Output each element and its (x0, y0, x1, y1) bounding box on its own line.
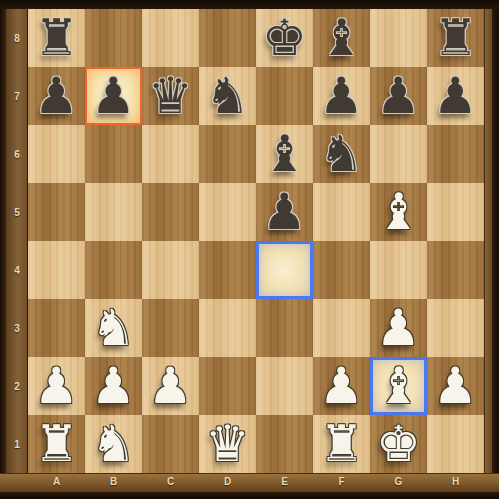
piece-white-queen[interactable]: ♛ (205, 415, 250, 473)
square-f6[interactable]: ♞ (313, 125, 370, 183)
rank-label-8: 8 (6, 9, 28, 67)
piece-black-pawn[interactable]: ♟ (376, 67, 421, 125)
rank-label-3: 3 (6, 299, 28, 357)
piece-black-pawn[interactable]: ♟ (34, 67, 79, 125)
piece-white-knight[interactable]: ♞ (91, 415, 136, 473)
file-label-e: E (256, 474, 313, 489)
square-a2[interactable]: ♟ (28, 357, 85, 415)
square-a6[interactable] (28, 125, 85, 183)
square-a3[interactable] (28, 299, 85, 357)
square-d1[interactable]: ♛ (199, 415, 256, 473)
piece-black-pawn[interactable]: ♟ (319, 67, 364, 125)
board-frame-right (484, 9, 492, 473)
square-f4[interactable] (313, 241, 370, 299)
square-h1[interactable] (427, 415, 484, 473)
square-d3[interactable] (199, 299, 256, 357)
square-d4[interactable] (199, 241, 256, 299)
square-a4[interactable] (28, 241, 85, 299)
square-f8[interactable]: ♝ (313, 9, 370, 67)
square-b4[interactable] (85, 241, 142, 299)
piece-black-rook[interactable]: ♜ (34, 9, 79, 67)
square-e8[interactable]: ♚ (256, 9, 313, 67)
square-c1[interactable] (142, 415, 199, 473)
square-g5[interactable]: ♝ (370, 183, 427, 241)
rank-label-2: 2 (6, 357, 28, 415)
rank-label-7: 7 (6, 67, 28, 125)
square-f7[interactable]: ♟ (313, 67, 370, 125)
rank-label-5: 5 (6, 183, 28, 241)
piece-white-bishop[interactable]: ♝ (376, 183, 421, 241)
square-a8[interactable]: ♜ (28, 9, 85, 67)
square-d2[interactable] (199, 357, 256, 415)
board-frame-bottom: ABCDEFGH (0, 473, 499, 492)
rank-label-4: 4 (6, 241, 28, 299)
piece-white-king[interactable]: ♚ (376, 415, 421, 473)
piece-white-pawn[interactable]: ♟ (376, 299, 421, 357)
square-e6[interactable]: ♝ (256, 125, 313, 183)
square-e3[interactable] (256, 299, 313, 357)
square-h8[interactable]: ♜ (427, 9, 484, 67)
square-g6[interactable] (370, 125, 427, 183)
square-h4[interactable] (427, 241, 484, 299)
board-frame-edge-right (492, 9, 499, 473)
square-g1[interactable]: ♚ (370, 415, 427, 473)
square-e7[interactable] (256, 67, 313, 125)
square-g2[interactable]: ♝ (370, 357, 427, 415)
square-e2[interactable] (256, 357, 313, 415)
square-c8[interactable] (142, 9, 199, 67)
chess-board[interactable]: ♜♚♝♜♟♟♛♞♟♟♟♝♞♟♝♞♟♟♟♟♟♝♟♜♞♛♜♚ (28, 9, 484, 473)
square-h3[interactable] (427, 299, 484, 357)
piece-white-knight[interactable]: ♞ (91, 299, 136, 357)
square-c3[interactable] (142, 299, 199, 357)
piece-white-rook[interactable]: ♜ (34, 415, 79, 473)
square-c5[interactable] (142, 183, 199, 241)
piece-white-pawn[interactable]: ♟ (34, 357, 79, 415)
piece-black-bishop[interactable]: ♝ (262, 125, 307, 183)
square-c6[interactable] (142, 125, 199, 183)
square-g3[interactable]: ♟ (370, 299, 427, 357)
file-label-c: C (142, 474, 199, 489)
board-frame-edge-top (0, 0, 499, 9)
square-b2[interactable]: ♟ (85, 357, 142, 415)
piece-black-king[interactable]: ♚ (262, 9, 307, 67)
square-f5[interactable] (313, 183, 370, 241)
file-label-h: H (427, 474, 484, 489)
file-label-g: G (370, 474, 427, 489)
file-label-f: F (313, 474, 370, 489)
square-g8[interactable] (370, 9, 427, 67)
square-d8[interactable] (199, 9, 256, 67)
square-h5[interactable] (427, 183, 484, 241)
piece-white-pawn[interactable]: ♟ (319, 357, 364, 415)
square-b5[interactable] (85, 183, 142, 241)
square-c2[interactable]: ♟ (142, 357, 199, 415)
square-c4[interactable] (142, 241, 199, 299)
square-a5[interactable] (28, 183, 85, 241)
piece-black-pawn[interactable]: ♟ (91, 67, 136, 125)
square-g7[interactable]: ♟ (370, 67, 427, 125)
square-b3[interactable]: ♞ (85, 299, 142, 357)
piece-white-pawn[interactable]: ♟ (433, 357, 478, 415)
piece-black-knight[interactable]: ♞ (319, 125, 364, 183)
file-label-a: A (28, 474, 85, 489)
square-h7[interactable]: ♟ (427, 67, 484, 125)
piece-white-pawn[interactable]: ♟ (148, 357, 193, 415)
square-b8[interactable] (85, 9, 142, 67)
piece-black-queen[interactable]: ♛ (148, 67, 193, 125)
piece-black-bishop[interactable]: ♝ (319, 9, 364, 67)
square-f2[interactable]: ♟ (313, 357, 370, 415)
square-g4[interactable] (370, 241, 427, 299)
chess-app: 87654321 ♜♚♝♜♟♟♛♞♟♟♟♝♞♟♝♞♟♟♟♟♟♝♟♜♞♛♜♚ AB… (0, 0, 499, 499)
square-b7[interactable]: ♟ (85, 67, 142, 125)
piece-black-pawn[interactable]: ♟ (262, 183, 307, 241)
square-a7[interactable]: ♟ (28, 67, 85, 125)
square-e4[interactable] (256, 241, 313, 299)
rank-label-1: 1 (6, 415, 28, 473)
square-b6[interactable] (85, 125, 142, 183)
piece-white-rook[interactable]: ♜ (319, 415, 364, 473)
file-label-b: B (85, 474, 142, 489)
piece-black-rook[interactable]: ♜ (433, 9, 478, 67)
rank-label-6: 6 (6, 125, 28, 183)
piece-black-pawn[interactable]: ♟ (433, 67, 478, 125)
board-frame-left: 87654321 (6, 9, 28, 473)
square-c7[interactable]: ♛ (142, 67, 199, 125)
square-h2[interactable]: ♟ (427, 357, 484, 415)
square-d7[interactable]: ♞ (199, 67, 256, 125)
square-f1[interactable]: ♜ (313, 415, 370, 473)
square-d5[interactable] (199, 183, 256, 241)
square-h6[interactable] (427, 125, 484, 183)
square-e1[interactable] (256, 415, 313, 473)
file-label-d: D (199, 474, 256, 489)
square-b1[interactable]: ♞ (85, 415, 142, 473)
square-a1[interactable]: ♜ (28, 415, 85, 473)
piece-white-pawn[interactable]: ♟ (91, 357, 136, 415)
square-f3[interactable] (313, 299, 370, 357)
piece-white-bishop[interactable]: ♝ (376, 357, 421, 415)
square-d6[interactable] (199, 125, 256, 183)
square-e5[interactable]: ♟ (256, 183, 313, 241)
piece-black-knight[interactable]: ♞ (205, 67, 250, 125)
board-frame-edge-bottom (0, 492, 499, 499)
